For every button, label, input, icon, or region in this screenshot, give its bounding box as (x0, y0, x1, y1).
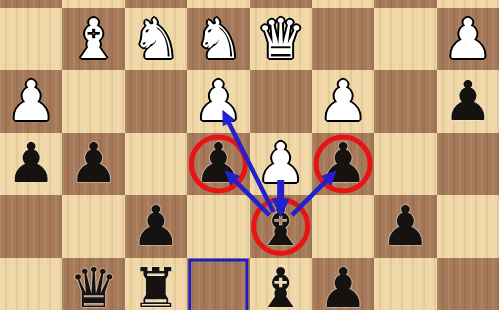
square-r4-c2[interactable]: ♟ (125, 195, 187, 257)
square-r2-c0[interactable]: ♟ (0, 70, 62, 132)
black-bishop[interactable]: ♝ (250, 195, 312, 257)
square-r5-c3[interactable] (187, 258, 249, 310)
black-queen[interactable]: ♛ (62, 258, 124, 310)
square-r5-c4[interactable]: ♝ (250, 258, 312, 310)
black-pawn[interactable]: ♟ (374, 195, 436, 257)
black-pawn[interactable]: ♟ (62, 133, 124, 195)
square-r3-c3[interactable]: ♟ (187, 133, 249, 195)
chess-board-grid: ♝♞♞♛♟♟♟♟♟♟♟♟♟♟♟♝♟♛♜♝♟ (0, 0, 499, 310)
square-r2-c2[interactable] (125, 70, 187, 132)
black-bishop[interactable]: ♝ (250, 258, 312, 310)
square-r4-c1[interactable] (62, 195, 124, 257)
square-r1-c2[interactable]: ♞ (125, 8, 187, 70)
white-pawn[interactable]: ♟ (0, 70, 62, 132)
black-pawn[interactable]: ♟ (0, 133, 62, 195)
square-r3-c4[interactable]: ♟ (250, 133, 312, 195)
white-pawn[interactable]: ♟ (187, 70, 249, 132)
square-r5-c0[interactable] (0, 258, 62, 310)
white-pawn[interactable]: ♟ (250, 133, 312, 195)
square-r3-c6[interactable] (374, 133, 436, 195)
square-r3-c5[interactable]: ♟ (312, 133, 374, 195)
square-r3-c7[interactable] (437, 133, 499, 195)
square-r2-c1[interactable] (62, 70, 124, 132)
black-pawn[interactable]: ♟ (312, 258, 374, 310)
black-pawn[interactable]: ♟ (437, 70, 499, 132)
square-r5-c7[interactable] (437, 258, 499, 310)
square-r0-c0[interactable] (0, 0, 62, 8)
square-r5-c6[interactable] (374, 258, 436, 310)
square-r4-c4[interactable]: ♝ (250, 195, 312, 257)
square-r1-c6[interactable] (374, 8, 436, 70)
square-r4-c0[interactable] (0, 195, 62, 257)
black-pawn[interactable]: ♟ (125, 195, 187, 257)
square-r5-c1[interactable]: ♛ (62, 258, 124, 310)
square-r0-c5[interactable] (312, 0, 374, 8)
square-r1-c5[interactable] (312, 8, 374, 70)
square-r4-c7[interactable] (437, 195, 499, 257)
square-r1-c7[interactable]: ♟ (437, 8, 499, 70)
square-r2-c7[interactable]: ♟ (437, 70, 499, 132)
square-r4-c3[interactable] (187, 195, 249, 257)
square-r2-c4[interactable] (250, 70, 312, 132)
white-bishop[interactable]: ♝ (62, 8, 124, 70)
square-r5-c2[interactable]: ♜ (125, 258, 187, 310)
square-r1-c0[interactable] (0, 8, 62, 70)
white-queen[interactable]: ♛ (250, 8, 312, 70)
white-knight[interactable]: ♞ (187, 8, 249, 70)
square-r4-c6[interactable]: ♟ (374, 195, 436, 257)
square-r3-c0[interactable]: ♟ (0, 133, 62, 195)
black-rook[interactable]: ♜ (125, 258, 187, 310)
square-r2-c5[interactable]: ♟ (312, 70, 374, 132)
chess-board: ♝♞♞♛♟♟♟♟♟♟♟♟♟♟♟♝♟♛♜♝♟ (0, 0, 499, 310)
black-pawn[interactable]: ♟ (187, 133, 249, 195)
square-r1-c4[interactable]: ♛ (250, 8, 312, 70)
white-pawn[interactable]: ♟ (437, 8, 499, 70)
white-knight[interactable]: ♞ (125, 8, 187, 70)
square-r2-c6[interactable] (374, 70, 436, 132)
square-r5-c5[interactable]: ♟ (312, 258, 374, 310)
square-r0-c6[interactable] (374, 0, 436, 8)
square-r1-c1[interactable]: ♝ (62, 8, 124, 70)
white-pawn[interactable]: ♟ (312, 70, 374, 132)
square-r1-c3[interactable]: ♞ (187, 8, 249, 70)
square-r3-c2[interactable] (125, 133, 187, 195)
square-r4-c5[interactable] (312, 195, 374, 257)
black-pawn[interactable]: ♟ (312, 133, 374, 195)
square-r2-c3[interactable]: ♟ (187, 70, 249, 132)
square-r3-c1[interactable]: ♟ (62, 133, 124, 195)
